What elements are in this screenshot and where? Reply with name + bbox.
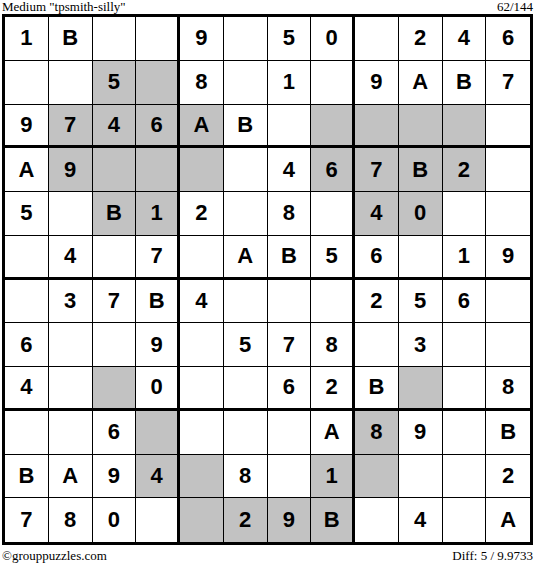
cell-r6c11: 1	[443, 236, 487, 280]
cell-r3c9[interactable]	[355, 105, 399, 149]
cell-r11c6: 8	[224, 455, 268, 499]
cell-r2c7: 1	[268, 61, 312, 105]
cell-r8c11[interactable]	[443, 323, 487, 367]
cell-r12c7: 9	[268, 498, 312, 542]
cell-r8c8: 8	[311, 323, 355, 367]
cell-r5c10: 0	[399, 192, 443, 236]
cell-r3c6: B	[224, 105, 268, 149]
cell-r5c1: 5	[5, 192, 49, 236]
footer: ©grouppuzzles.com Diff: 5 / 9.9733	[2, 548, 533, 563]
cell-r3c7[interactable]	[268, 105, 312, 149]
cell-r5c9: 4	[355, 192, 399, 236]
cell-r4c5[interactable]	[180, 148, 224, 192]
cell-r6c5[interactable]	[180, 236, 224, 280]
cell-r7c1[interactable]	[5, 280, 49, 324]
cell-r10c8: A	[311, 411, 355, 455]
cell-r7c8[interactable]	[311, 280, 355, 324]
cell-r11c7[interactable]	[268, 455, 312, 499]
cell-r8c6: 5	[224, 323, 268, 367]
cell-r10c12: B	[486, 411, 530, 455]
cell-r2c10: A	[399, 61, 443, 105]
cell-r2c8[interactable]	[311, 61, 355, 105]
cell-r8c10: 3	[399, 323, 443, 367]
cell-r10c4[interactable]	[136, 411, 180, 455]
cell-r12c8: B	[311, 498, 355, 542]
cell-r12c11[interactable]	[443, 498, 487, 542]
cell-r10c11[interactable]	[443, 411, 487, 455]
cell-r7c11: 6	[443, 280, 487, 324]
cell-r1c3[interactable]	[93, 17, 137, 61]
cell-r8c7: 7	[268, 323, 312, 367]
cell-r11c10[interactable]	[399, 455, 443, 499]
cell-r11c9[interactable]	[355, 455, 399, 499]
cell-r7c5: 4	[180, 280, 224, 324]
cell-r9c1: 4	[5, 367, 49, 411]
cell-r9c2[interactable]	[49, 367, 93, 411]
cell-r7c4: B	[136, 280, 180, 324]
cell-r5c12[interactable]	[486, 192, 530, 236]
cell-r6c3[interactable]	[93, 236, 137, 280]
cell-r5c5: 2	[180, 192, 224, 236]
cell-r5c2[interactable]	[49, 192, 93, 236]
cell-r2c12: 7	[486, 61, 530, 105]
cell-r6c1[interactable]	[5, 236, 49, 280]
cell-r3c1: 9	[5, 105, 49, 149]
cell-r6c12: 9	[486, 236, 530, 280]
cell-r9c11[interactable]	[443, 367, 487, 411]
cell-r7c9: 2	[355, 280, 399, 324]
cell-r9c12: 8	[486, 367, 530, 411]
cell-r1c10: 2	[399, 17, 443, 61]
cell-r12c4[interactable]	[136, 498, 180, 542]
cell-r4c4[interactable]	[136, 148, 180, 192]
cell-r11c2: A	[49, 455, 93, 499]
cell-r2c3: 5	[93, 61, 137, 105]
cell-r11c12: 2	[486, 455, 530, 499]
cell-r5c11[interactable]	[443, 192, 487, 236]
cell-r9c7: 6	[268, 367, 312, 411]
cell-r1c11: 4	[443, 17, 487, 61]
cell-r8c4: 9	[136, 323, 180, 367]
header: Medium "tpsmith-silly" 62/144	[2, 0, 533, 14]
cell-r2c2[interactable]	[49, 61, 93, 105]
cell-r10c10: 9	[399, 411, 443, 455]
cell-r4c12[interactable]	[486, 148, 530, 192]
cell-r9c6[interactable]	[224, 367, 268, 411]
cell-r2c1[interactable]	[5, 61, 49, 105]
cell-r1c8: 0	[311, 17, 355, 61]
cell-r11c11[interactable]	[443, 455, 487, 499]
cell-r3c4: 6	[136, 105, 180, 149]
cell-r3c5: A	[180, 105, 224, 149]
cell-r11c3: 9	[93, 455, 137, 499]
cell-r1c12: 6	[486, 17, 530, 61]
cell-r5c4: 1	[136, 192, 180, 236]
cell-r10c5[interactable]	[180, 411, 224, 455]
cell-r1c7: 5	[268, 17, 312, 61]
cell-r9c4: 0	[136, 367, 180, 411]
cell-r5c6[interactable]	[224, 192, 268, 236]
cell-r10c7[interactable]	[268, 411, 312, 455]
cell-r1c1: 1	[5, 17, 49, 61]
cell-r7c3: 7	[93, 280, 137, 324]
puzzle-page: Medium "tpsmith-silly" 62/144 1B95024658…	[0, 0, 535, 568]
cell-r9c10[interactable]	[399, 367, 443, 411]
cell-r2c5: 8	[180, 61, 224, 105]
cell-r6c6: A	[224, 236, 268, 280]
cell-r5c7: 8	[268, 192, 312, 236]
cell-r5c8[interactable]	[311, 192, 355, 236]
cell-r4c9: 7	[355, 148, 399, 192]
difficulty-text: Diff: 5 / 9.9733	[452, 548, 533, 563]
cell-r12c12: A	[486, 498, 530, 542]
cell-r1c6[interactable]	[224, 17, 268, 61]
cell-r6c2: 4	[49, 236, 93, 280]
cell-r9c8: 2	[311, 367, 355, 411]
cell-r3c12[interactable]	[486, 105, 530, 149]
cell-r4c6[interactable]	[224, 148, 268, 192]
cell-r10c3: 6	[93, 411, 137, 455]
cell-r12c9[interactable]	[355, 498, 399, 542]
cell-r8c12[interactable]	[486, 323, 530, 367]
cell-r4c8: 6	[311, 148, 355, 192]
puzzle-counter: 62/144	[497, 0, 533, 14]
cell-r11c5[interactable]	[180, 455, 224, 499]
cell-r12c5[interactable]	[180, 498, 224, 542]
cell-r12c10: 4	[399, 498, 443, 542]
cell-r8c5[interactable]	[180, 323, 224, 367]
copyright-text: ©grouppuzzles.com	[2, 548, 107, 563]
cell-r6c4: 7	[136, 236, 180, 280]
cell-r12c6: 2	[224, 498, 268, 542]
cell-r9c9: B	[355, 367, 399, 411]
cell-r1c2: B	[49, 17, 93, 61]
cell-r3c3: 4	[93, 105, 137, 149]
sudoku-grid: 1B9502465819AB79746ABA9467B25B1284047AB5…	[2, 14, 533, 545]
cell-r10c2[interactable]	[49, 411, 93, 455]
cell-r4c1: A	[5, 148, 49, 192]
cell-r3c8[interactable]	[311, 105, 355, 149]
cell-r4c3[interactable]	[93, 148, 137, 192]
cell-r5c3: B	[93, 192, 137, 236]
cell-r8c9[interactable]	[355, 323, 399, 367]
cell-r7c7[interactable]	[268, 280, 312, 324]
cell-r2c6[interactable]	[224, 61, 268, 105]
cell-r6c9: 6	[355, 236, 399, 280]
cell-r4c2: 9	[49, 148, 93, 192]
cell-r2c4[interactable]	[136, 61, 180, 105]
cell-r1c9[interactable]	[355, 17, 399, 61]
cell-r1c4[interactable]	[136, 17, 180, 61]
cell-r12c2: 8	[49, 498, 93, 542]
cell-r8c3[interactable]	[93, 323, 137, 367]
cell-r4c7: 4	[268, 148, 312, 192]
cell-r10c6[interactable]	[224, 411, 268, 455]
cell-r10c9: 8	[355, 411, 399, 455]
cell-r4c11: 2	[443, 148, 487, 192]
cell-r9c5[interactable]	[180, 367, 224, 411]
cell-r6c10[interactable]	[399, 236, 443, 280]
cell-r4c10: B	[399, 148, 443, 192]
cell-r11c8: 1	[311, 455, 355, 499]
cell-r3c10[interactable]	[399, 105, 443, 149]
cell-r6c7: B	[268, 236, 312, 280]
cell-r8c1: 6	[5, 323, 49, 367]
cell-r8c2[interactable]	[49, 323, 93, 367]
cell-r3c11[interactable]	[443, 105, 487, 149]
cell-r9c3[interactable]	[93, 367, 137, 411]
cell-r12c1: 7	[5, 498, 49, 542]
cell-r3c2: 7	[49, 105, 93, 149]
cell-r2c9: 9	[355, 61, 399, 105]
cell-r7c12[interactable]	[486, 280, 530, 324]
cell-r6c8: 5	[311, 236, 355, 280]
cell-r7c2: 3	[49, 280, 93, 324]
cell-r10c1[interactable]	[5, 411, 49, 455]
cell-r7c6[interactable]	[224, 280, 268, 324]
cell-r11c1: B	[5, 455, 49, 499]
cell-r2c11: B	[443, 61, 487, 105]
puzzle-title: Medium "tpsmith-silly"	[2, 0, 126, 14]
cell-r1c5: 9	[180, 17, 224, 61]
cell-r11c4: 4	[136, 455, 180, 499]
cell-r12c3: 0	[93, 498, 137, 542]
cell-r7c10: 5	[399, 280, 443, 324]
